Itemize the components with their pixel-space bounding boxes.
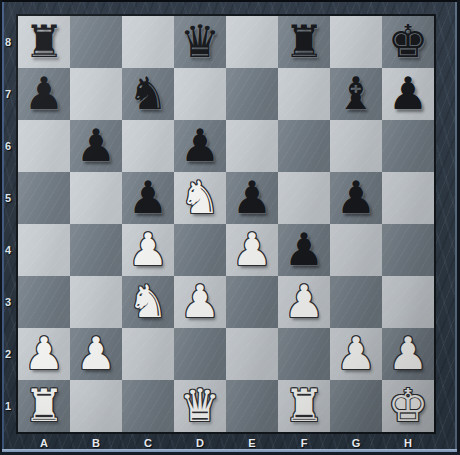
white-knight-icon: ♞ — [180, 175, 220, 220]
white-knight-icon: ♞ — [128, 279, 168, 324]
white-pawn-icon: ♟ — [232, 227, 272, 272]
square-d5[interactable]: ♞ — [174, 172, 226, 224]
square-b1[interactable] — [70, 380, 122, 432]
square-b8[interactable] — [70, 16, 122, 68]
white-king-icon: ♚ — [388, 383, 428, 428]
square-g8[interactable] — [330, 16, 382, 68]
square-a8[interactable]: ♜ — [18, 16, 70, 68]
white-pawn-icon: ♟ — [284, 279, 324, 324]
square-c1[interactable] — [122, 380, 174, 432]
square-e3[interactable] — [226, 276, 278, 328]
rank-label-2: 2 — [0, 328, 16, 380]
square-d6[interactable]: ♟ — [174, 120, 226, 172]
square-e6[interactable] — [226, 120, 278, 172]
square-c3[interactable]: ♞ — [122, 276, 174, 328]
black-king-icon: ♚ — [388, 19, 428, 64]
white-pawn-icon: ♟ — [128, 227, 168, 272]
file-label-a: A — [18, 434, 70, 451]
file-label-h: H — [382, 434, 434, 451]
rank-label-8: 8 — [0, 16, 16, 68]
square-c7[interactable]: ♞ — [122, 68, 174, 120]
file-label-d: D — [174, 434, 226, 451]
square-e7[interactable] — [226, 68, 278, 120]
file-label-e: E — [226, 434, 278, 451]
square-d7[interactable] — [174, 68, 226, 120]
square-a6[interactable] — [18, 120, 70, 172]
black-rook-icon: ♜ — [284, 19, 324, 64]
chess-board: ♜♛♜♚♟♞♝♟♟♟♟♞♟♟♟♟♟♞♟♟♟♟♟♟♜♛♜♚ — [16, 14, 436, 434]
square-a3[interactable] — [18, 276, 70, 328]
black-pawn-icon: ♟ — [76, 123, 116, 168]
file-label-c: C — [122, 434, 174, 451]
square-f2[interactable] — [278, 328, 330, 380]
black-pawn-icon: ♟ — [336, 175, 376, 220]
square-b7[interactable] — [70, 68, 122, 120]
square-g3[interactable] — [330, 276, 382, 328]
frame-bevel-right — [455, 2, 457, 449]
square-a5[interactable] — [18, 172, 70, 224]
square-g6[interactable] — [330, 120, 382, 172]
square-c5[interactable]: ♟ — [122, 172, 174, 224]
square-h2[interactable]: ♟ — [382, 328, 434, 380]
square-f6[interactable] — [278, 120, 330, 172]
square-c8[interactable] — [122, 16, 174, 68]
square-f7[interactable] — [278, 68, 330, 120]
black-pawn-icon: ♟ — [232, 175, 272, 220]
square-a1[interactable]: ♜ — [18, 380, 70, 432]
square-e5[interactable]: ♟ — [226, 172, 278, 224]
frame-edge-top — [0, 0, 460, 2]
black-pawn-icon: ♟ — [180, 123, 220, 168]
square-e2[interactable] — [226, 328, 278, 380]
square-e1[interactable] — [226, 380, 278, 432]
square-g2[interactable]: ♟ — [330, 328, 382, 380]
square-f3[interactable]: ♟ — [278, 276, 330, 328]
white-rook-icon: ♜ — [284, 383, 324, 428]
square-g1[interactable] — [330, 380, 382, 432]
white-pawn-icon: ♟ — [76, 331, 116, 376]
white-pawn-icon: ♟ — [336, 331, 376, 376]
square-h5[interactable] — [382, 172, 434, 224]
square-h6[interactable] — [382, 120, 434, 172]
square-b3[interactable] — [70, 276, 122, 328]
square-d1[interactable]: ♛ — [174, 380, 226, 432]
chess-board-widget: 87654321 ♜♛♜♚♟♞♝♟♟♟♟♞♟♟♟♟♟♞♟♟♟♟♟♟♜♛♜♚ AB… — [0, 0, 460, 455]
square-c6[interactable] — [122, 120, 174, 172]
square-h8[interactable]: ♚ — [382, 16, 434, 68]
square-d2[interactable] — [174, 328, 226, 380]
square-g5[interactable]: ♟ — [330, 172, 382, 224]
file-labels: ABCDEFGH — [18, 434, 434, 451]
square-a7[interactable]: ♟ — [18, 68, 70, 120]
square-h1[interactable]: ♚ — [382, 380, 434, 432]
file-label-f: F — [278, 434, 330, 451]
black-queen-icon: ♛ — [180, 19, 220, 64]
square-c2[interactable] — [122, 328, 174, 380]
square-d8[interactable]: ♛ — [174, 16, 226, 68]
square-e4[interactable]: ♟ — [226, 224, 278, 276]
black-pawn-icon: ♟ — [24, 71, 64, 116]
square-b6[interactable]: ♟ — [70, 120, 122, 172]
black-pawn-icon: ♟ — [388, 71, 428, 116]
square-a4[interactable] — [18, 224, 70, 276]
rank-label-4: 4 — [0, 224, 16, 276]
white-pawn-icon: ♟ — [180, 279, 220, 324]
rank-label-6: 6 — [0, 120, 16, 172]
square-g7[interactable]: ♝ — [330, 68, 382, 120]
black-rook-icon: ♜ — [24, 19, 64, 64]
square-d3[interactable]: ♟ — [174, 276, 226, 328]
square-h7[interactable]: ♟ — [382, 68, 434, 120]
rank-label-3: 3 — [0, 276, 16, 328]
rank-label-1: 1 — [0, 380, 16, 432]
square-c4[interactable]: ♟ — [122, 224, 174, 276]
black-bishop-icon: ♝ — [336, 71, 376, 116]
square-f5[interactable] — [278, 172, 330, 224]
black-knight-icon: ♞ — [128, 71, 168, 116]
square-f1[interactable]: ♜ — [278, 380, 330, 432]
black-pawn-icon: ♟ — [128, 175, 168, 220]
square-a2[interactable]: ♟ — [18, 328, 70, 380]
file-label-b: B — [70, 434, 122, 451]
white-queen-icon: ♛ — [180, 383, 220, 428]
rank-labels: 87654321 — [0, 16, 16, 432]
square-g4[interactable] — [330, 224, 382, 276]
square-h3[interactable] — [382, 276, 434, 328]
rank-label-7: 7 — [0, 68, 16, 120]
white-rook-icon: ♜ — [24, 383, 64, 428]
rank-label-5: 5 — [0, 172, 16, 224]
square-e8[interactable] — [226, 16, 278, 68]
square-b4[interactable] — [70, 224, 122, 276]
white-pawn-icon: ♟ — [24, 331, 64, 376]
square-f8[interactable]: ♜ — [278, 16, 330, 68]
square-b2[interactable]: ♟ — [70, 328, 122, 380]
white-pawn-icon: ♟ — [388, 331, 428, 376]
square-b5[interactable] — [70, 172, 122, 224]
square-f4[interactable]: ♟ — [278, 224, 330, 276]
file-label-g: G — [330, 434, 382, 451]
black-pawn-icon: ♟ — [284, 227, 324, 272]
square-h4[interactable] — [382, 224, 434, 276]
square-d4[interactable] — [174, 224, 226, 276]
